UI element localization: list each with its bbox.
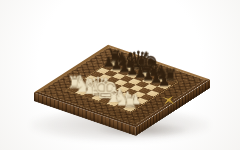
square-f6: [136, 81, 150, 87]
product-photo-chess-set: ♜♞♝♛♚♝♞♜♟♟♟♟♟♟♟♟♟♟♟♟♟♟♟♟♜♞♝♛♚♝♞♜: [0, 0, 240, 150]
board-grid-8x8: ♜♞♝♛♚♝♞♜♟♟♟♟♟♟♟♟♟♟♟♟♟♟♟♟♜♞♝♛♚♝♞♜: [66, 60, 177, 112]
